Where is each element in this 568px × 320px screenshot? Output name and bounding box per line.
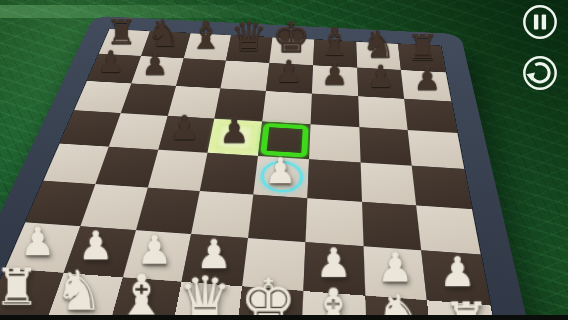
square-h5[interactable] (408, 130, 464, 169)
piece-black-pawn-g7[interactable]: ♟ (367, 61, 394, 92)
square-e7[interactable]: ♟ (266, 63, 313, 94)
square-d5[interactable]: ♟ (208, 119, 263, 156)
piece-white-queen-d1[interactable]: ♛ (178, 268, 232, 320)
square-f4[interactable] (307, 159, 361, 201)
square-h4[interactable] (412, 166, 472, 209)
screen-bottom-shade (0, 315, 568, 320)
piece-black-bishop-c8[interactable]: ♝ (189, 16, 223, 54)
square-d8[interactable]: ♛ (226, 35, 272, 63)
piece-white-pawn-h2[interactable]: ♟ (439, 251, 476, 292)
square-f6[interactable] (310, 93, 359, 127)
square-d4[interactable] (200, 153, 258, 195)
piece-black-queen-d8[interactable]: ♛ (230, 16, 266, 57)
square-g4[interactable] (360, 162, 416, 205)
square-b5[interactable] (109, 113, 168, 149)
square-e4[interactable]: ♟ (253, 156, 308, 198)
square-g7[interactable]: ♟ (357, 68, 405, 99)
board-scene: ♜♞♝♛♚♝♞♜♟♟♟♟♟♟♟♟♟♟♟♟♟♟♟♟♜♞♝♛♚♝♞♜ (28, 0, 488, 320)
piece-white-bishop-c1[interactable]: ♝ (116, 267, 167, 320)
square-g6[interactable] (358, 96, 408, 130)
piece-white-rook-a1[interactable]: ♜ (0, 263, 40, 314)
piece-black-pawn-d5[interactable]: ♟ (219, 114, 249, 148)
square-b4[interactable] (95, 147, 158, 188)
square-c1[interactable]: ♝ (107, 278, 182, 320)
square-f5[interactable] (309, 125, 360, 163)
pause-button[interactable] (521, 3, 559, 41)
piece-black-king-e8[interactable]: ♚ (272, 16, 310, 59)
square-b1[interactable]: ♞ (44, 273, 122, 320)
square-c7[interactable] (176, 58, 226, 88)
square-c4[interactable] (147, 150, 207, 191)
undo-button[interactable] (521, 54, 559, 92)
piece-white-knight-b1[interactable]: ♞ (54, 263, 103, 318)
undo-icon (521, 54, 559, 92)
piece-white-pawn-a2[interactable]: ♟ (20, 222, 55, 262)
pause-icon (521, 3, 559, 41)
square-h6[interactable] (404, 99, 457, 134)
piece-black-pawn-f7[interactable]: ♟ (321, 58, 348, 88)
square-d7[interactable] (221, 60, 270, 90)
square-h7[interactable]: ♟ (401, 70, 451, 101)
piece-black-pawn-b7[interactable]: ♟ (142, 49, 169, 79)
square-e3[interactable] (248, 194, 307, 241)
square-c8[interactable]: ♝ (183, 33, 231, 60)
piece-black-pawn-h7[interactable]: ♟ (413, 63, 441, 94)
piece-white-pawn-e4[interactable]: ♟ (265, 153, 297, 189)
piece-white-king-e1[interactable]: ♚ (240, 270, 297, 320)
piece-black-pawn-c5[interactable]: ♟ (169, 111, 199, 144)
board-squares: ♜♞♝♛♚♝♞♜♟♟♟♟♟♟♟♟♟♟♟♟♟♟♟♟♜♞♝♛♚♝♞♜ (0, 29, 502, 320)
game-screen: ♜♞♝♛♚♝♞♜♟♟♟♟♟♟♟♟♟♟♟♟♟♟♟♟♜♞♝♛♚♝♞♜ (0, 0, 568, 320)
piece-black-pawn-a7[interactable]: ♟ (98, 47, 125, 77)
square-c5[interactable]: ♟ (158, 116, 215, 153)
chess-board[interactable]: ♜♞♝♛♚♝♞♜♟♟♟♟♟♟♟♟♟♟♟♟♟♟♟♟♜♞♝♛♚♝♞♜ (0, 16, 546, 320)
square-b7[interactable]: ♟ (131, 56, 183, 86)
square-e6[interactable] (262, 91, 311, 125)
square-g5[interactable] (359, 127, 412, 165)
square-f7[interactable]: ♟ (312, 65, 358, 96)
piece-black-pawn-e7[interactable]: ♟ (276, 56, 303, 86)
